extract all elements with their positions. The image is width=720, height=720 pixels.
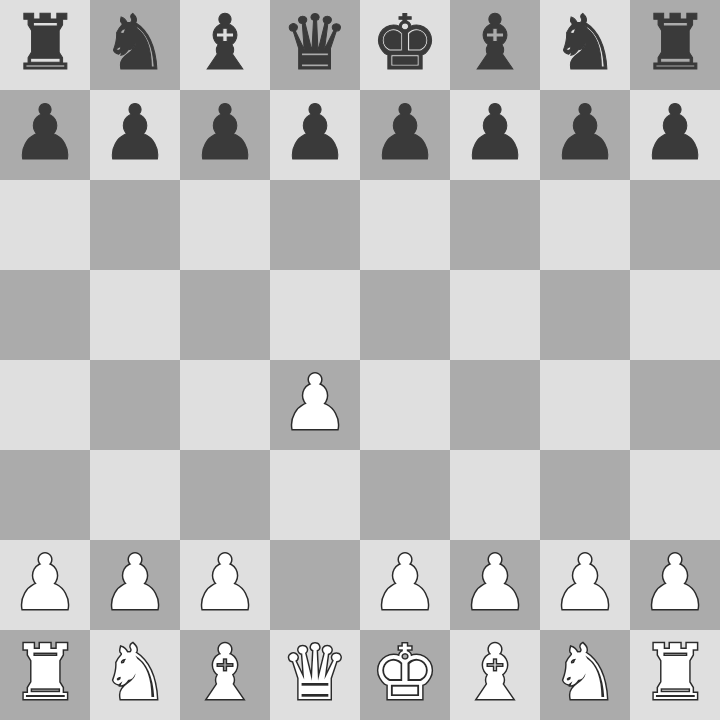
square-d2[interactable] — [270, 540, 360, 630]
square-b5[interactable] — [90, 270, 180, 360]
black-pawn[interactable]: ♟ — [191, 90, 259, 178]
square-c4[interactable] — [180, 360, 270, 450]
square-g1[interactable]: ♞ — [540, 630, 630, 720]
square-f3[interactable] — [450, 450, 540, 540]
square-a7[interactable]: ♟ — [0, 90, 90, 180]
black-knight[interactable]: ♞ — [551, 0, 619, 88]
square-a4[interactable] — [0, 360, 90, 450]
black-pawn[interactable]: ♟ — [461, 90, 529, 178]
square-e1[interactable]: ♚ — [360, 630, 450, 720]
square-b2[interactable]: ♟ — [90, 540, 180, 630]
square-c6[interactable] — [180, 180, 270, 270]
square-h1[interactable]: ♜ — [630, 630, 720, 720]
white-bishop[interactable]: ♝ — [191, 630, 259, 718]
square-f1[interactable]: ♝ — [450, 630, 540, 720]
square-h6[interactable] — [630, 180, 720, 270]
square-g8[interactable]: ♞ — [540, 0, 630, 90]
square-d6[interactable] — [270, 180, 360, 270]
square-c1[interactable]: ♝ — [180, 630, 270, 720]
black-rook[interactable]: ♜ — [641, 0, 709, 88]
square-a3[interactable] — [0, 450, 90, 540]
square-d5[interactable] — [270, 270, 360, 360]
black-pawn[interactable]: ♟ — [551, 90, 619, 178]
black-king[interactable]: ♚ — [371, 0, 439, 88]
white-rook[interactable]: ♜ — [641, 630, 709, 718]
square-b8[interactable]: ♞ — [90, 0, 180, 90]
square-f2[interactable]: ♟ — [450, 540, 540, 630]
black-pawn[interactable]: ♟ — [11, 90, 79, 178]
square-b3[interactable] — [90, 450, 180, 540]
square-e6[interactable] — [360, 180, 450, 270]
white-queen[interactable]: ♛ — [281, 630, 349, 718]
black-pawn[interactable]: ♟ — [641, 90, 709, 178]
square-d4[interactable]: ♟ — [270, 360, 360, 450]
black-pawn[interactable]: ♟ — [371, 90, 439, 178]
chess-board: ♜♞♝♛♚♝♞♜♟♟♟♟♟♟♟♟♟♟♟♟♟♟♟♟♜♞♝♛♚♝♞♜ — [0, 0, 720, 720]
square-c3[interactable] — [180, 450, 270, 540]
black-bishop[interactable]: ♝ — [191, 0, 259, 88]
square-c8[interactable]: ♝ — [180, 0, 270, 90]
square-a1[interactable]: ♜ — [0, 630, 90, 720]
square-h7[interactable]: ♟ — [630, 90, 720, 180]
square-h3[interactable] — [630, 450, 720, 540]
black-bishop[interactable]: ♝ — [461, 0, 529, 88]
square-d7[interactable]: ♟ — [270, 90, 360, 180]
square-a2[interactable]: ♟ — [0, 540, 90, 630]
white-knight[interactable]: ♞ — [551, 630, 619, 718]
white-pawn[interactable]: ♟ — [371, 540, 439, 628]
black-rook[interactable]: ♜ — [11, 0, 79, 88]
white-king[interactable]: ♚ — [371, 630, 439, 718]
square-g5[interactable] — [540, 270, 630, 360]
square-d8[interactable]: ♛ — [270, 0, 360, 90]
square-g3[interactable] — [540, 450, 630, 540]
square-f8[interactable]: ♝ — [450, 0, 540, 90]
black-pawn[interactable]: ♟ — [281, 90, 349, 178]
square-b4[interactable] — [90, 360, 180, 450]
square-e4[interactable] — [360, 360, 450, 450]
square-f6[interactable] — [450, 180, 540, 270]
square-g4[interactable] — [540, 360, 630, 450]
square-b6[interactable] — [90, 180, 180, 270]
white-rook[interactable]: ♜ — [11, 630, 79, 718]
square-b1[interactable]: ♞ — [90, 630, 180, 720]
black-queen[interactable]: ♛ — [281, 0, 349, 88]
white-pawn[interactable]: ♟ — [11, 540, 79, 628]
square-e7[interactable]: ♟ — [360, 90, 450, 180]
square-e3[interactable] — [360, 450, 450, 540]
square-h4[interactable] — [630, 360, 720, 450]
black-pawn[interactable]: ♟ — [101, 90, 169, 178]
square-h5[interactable] — [630, 270, 720, 360]
white-bishop[interactable]: ♝ — [461, 630, 529, 718]
square-f4[interactable] — [450, 360, 540, 450]
square-e5[interactable] — [360, 270, 450, 360]
square-e8[interactable]: ♚ — [360, 0, 450, 90]
square-c7[interactable]: ♟ — [180, 90, 270, 180]
white-pawn[interactable]: ♟ — [281, 360, 349, 448]
white-pawn[interactable]: ♟ — [191, 540, 259, 628]
square-h2[interactable]: ♟ — [630, 540, 720, 630]
square-h8[interactable]: ♜ — [630, 0, 720, 90]
white-pawn[interactable]: ♟ — [641, 540, 709, 628]
square-c2[interactable]: ♟ — [180, 540, 270, 630]
square-e2[interactable]: ♟ — [360, 540, 450, 630]
square-f5[interactable] — [450, 270, 540, 360]
square-g6[interactable] — [540, 180, 630, 270]
square-c5[interactable] — [180, 270, 270, 360]
black-knight[interactable]: ♞ — [101, 0, 169, 88]
square-g2[interactable]: ♟ — [540, 540, 630, 630]
square-b7[interactable]: ♟ — [90, 90, 180, 180]
square-g7[interactable]: ♟ — [540, 90, 630, 180]
white-pawn[interactable]: ♟ — [461, 540, 529, 628]
white-pawn[interactable]: ♟ — [101, 540, 169, 628]
square-a5[interactable] — [0, 270, 90, 360]
square-d1[interactable]: ♛ — [270, 630, 360, 720]
square-d3[interactable] — [270, 450, 360, 540]
square-f7[interactable]: ♟ — [450, 90, 540, 180]
white-knight[interactable]: ♞ — [101, 630, 169, 718]
square-a8[interactable]: ♜ — [0, 0, 90, 90]
square-a6[interactable] — [0, 180, 90, 270]
white-pawn[interactable]: ♟ — [551, 540, 619, 628]
